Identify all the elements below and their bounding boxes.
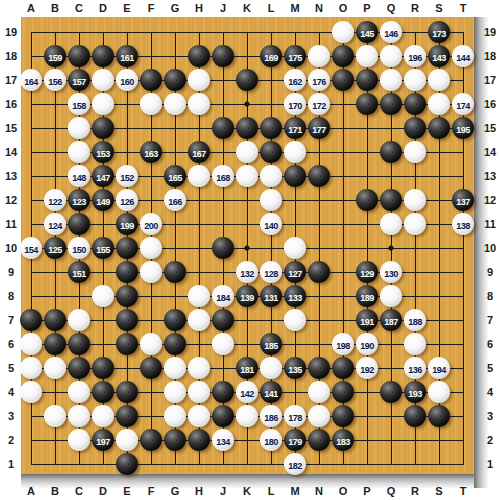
- stone-white-S4[interactable]: [428, 381, 450, 403]
- stone-white-P18[interactable]: [356, 45, 378, 67]
- stone-black-N13[interactable]: [308, 165, 330, 187]
- stone-white-N18[interactable]: [308, 45, 330, 67]
- stone-white-A10[interactable]: 154: [20, 237, 42, 259]
- stone-white-L3[interactable]: 186: [260, 405, 282, 427]
- stone-black-G9[interactable]: [164, 261, 186, 283]
- move-number: 123: [72, 197, 86, 207]
- stone-black-R16[interactable]: [404, 93, 426, 115]
- grid-line-h: [31, 464, 464, 465]
- move-number: 187: [384, 317, 398, 327]
- move-number: 158: [72, 101, 86, 111]
- stone-white-M1[interactable]: 182: [284, 453, 306, 475]
- stone-white-B5[interactable]: [44, 357, 66, 379]
- move-number: 135: [288, 365, 302, 375]
- stone-white-A5[interactable]: [20, 357, 42, 379]
- stone-black-E11[interactable]: 199: [116, 213, 138, 235]
- row-label-right: 9: [487, 266, 493, 278]
- stone-black-J10[interactable]: [212, 237, 234, 259]
- stone-black-Q14[interactable]: [380, 141, 402, 163]
- col-label-bottom: R: [411, 485, 419, 497]
- stone-white-K13[interactable]: [236, 165, 258, 187]
- stone-white-M14[interactable]: [284, 141, 306, 163]
- stone-white-F16[interactable]: [140, 93, 162, 115]
- stone-black-D10[interactable]: 155: [92, 237, 114, 259]
- stone-white-R5[interactable]: 136: [404, 357, 426, 379]
- move-number: 177: [312, 125, 326, 135]
- stone-white-D8[interactable]: [92, 285, 114, 307]
- stone-black-P7[interactable]: 191: [356, 309, 378, 331]
- move-number: 155: [96, 245, 110, 255]
- stone-white-N4[interactable]: [308, 381, 330, 403]
- stone-black-Q16[interactable]: [380, 93, 402, 115]
- stone-black-O4[interactable]: [332, 381, 354, 403]
- col-label-top: T: [460, 2, 467, 14]
- stone-black-D5[interactable]: [92, 357, 114, 379]
- row-label-right: 11: [484, 218, 496, 230]
- stone-black-M13[interactable]: [284, 165, 306, 187]
- stone-black-C5[interactable]: [68, 357, 90, 379]
- stone-white-S17[interactable]: [428, 69, 450, 91]
- move-number: 199: [120, 221, 134, 231]
- stone-white-R11[interactable]: [404, 213, 426, 235]
- stone-white-Q18[interactable]: [380, 45, 402, 67]
- col-label-top: Q: [387, 2, 396, 14]
- stone-white-D16[interactable]: [92, 93, 114, 115]
- col-label-top: L: [268, 2, 275, 14]
- stone-white-H7[interactable]: [188, 309, 210, 331]
- move-number: 163: [144, 149, 158, 159]
- stone-black-K15[interactable]: [236, 117, 258, 139]
- stone-white-F11[interactable]: 200: [140, 213, 162, 235]
- stone-black-L18[interactable]: 169: [260, 45, 282, 67]
- move-number: 183: [336, 437, 350, 447]
- col-label-bottom: Q: [387, 485, 396, 497]
- stone-white-E2[interactable]: [116, 429, 138, 451]
- stone-white-N3[interactable]: [308, 405, 330, 427]
- grid-line-h: [31, 344, 464, 345]
- stone-black-A7[interactable]: [20, 309, 42, 331]
- move-number: 193: [408, 389, 422, 399]
- stone-black-L8[interactable]: 131: [260, 285, 282, 307]
- stone-black-P9[interactable]: 129: [356, 261, 378, 283]
- stone-white-P5[interactable]: 192: [356, 357, 378, 379]
- stone-black-K17[interactable]: [236, 69, 258, 91]
- go-board-page: AABBCCDDEEFFGGHHJJKKLLMMNNOOPPQQRRSSTT19…: [0, 0, 500, 500]
- stone-black-M18[interactable]: 175: [284, 45, 306, 67]
- stone-white-A17[interactable]: 164: [20, 69, 42, 91]
- stone-white-A4[interactable]: [20, 381, 42, 403]
- move-number: 143: [432, 53, 446, 63]
- stone-black-J3[interactable]: [212, 405, 234, 427]
- stone-black-D12[interactable]: 149: [92, 189, 114, 211]
- stone-white-R6[interactable]: [404, 333, 426, 355]
- stone-white-Q8[interactable]: [380, 285, 402, 307]
- stone-white-C2[interactable]: [68, 429, 90, 451]
- stone-white-G16[interactable]: [164, 93, 186, 115]
- move-number: 196: [408, 53, 422, 63]
- row-label-right: 15: [484, 122, 496, 134]
- move-number: 185: [264, 341, 278, 351]
- stone-white-K9[interactable]: 132: [236, 261, 258, 283]
- stone-white-L5[interactable]: [260, 357, 282, 379]
- stone-white-C3[interactable]: [68, 405, 90, 427]
- stone-white-O19[interactable]: [332, 21, 354, 43]
- stone-white-F6[interactable]: [140, 333, 162, 355]
- row-label-right: 6: [487, 338, 493, 350]
- move-number: 148: [72, 173, 86, 183]
- move-number: 186: [264, 413, 278, 423]
- stone-white-T18[interactable]: 144: [452, 45, 474, 67]
- stone-black-P17[interactable]: [356, 69, 378, 91]
- stone-white-R12[interactable]: [404, 189, 426, 211]
- col-label-bottom: A: [27, 485, 35, 497]
- stone-white-H4[interactable]: [188, 381, 210, 403]
- move-number: 188: [408, 317, 422, 327]
- stone-black-S3[interactable]: [428, 405, 450, 427]
- col-label-top: G: [171, 2, 180, 14]
- move-number: 166: [168, 197, 182, 207]
- stone-black-R15[interactable]: [404, 117, 426, 139]
- row-label-left: 4: [8, 386, 14, 398]
- move-number: 164: [24, 77, 38, 87]
- stone-black-C12[interactable]: 123: [68, 189, 90, 211]
- stone-white-O6[interactable]: 198: [332, 333, 354, 355]
- stone-white-B3[interactable]: [44, 405, 66, 427]
- move-number: 179: [288, 437, 302, 447]
- stone-white-B11[interactable]: 124: [44, 213, 66, 235]
- move-number: 140: [264, 221, 278, 231]
- stone-black-F14[interactable]: 163: [140, 141, 162, 163]
- stone-black-N9[interactable]: [308, 261, 330, 283]
- stone-white-L2[interactable]: 180: [260, 429, 282, 451]
- stone-white-C16[interactable]: 158: [68, 93, 90, 115]
- stone-black-J15[interactable]: [212, 117, 234, 139]
- col-label-bottom: D: [99, 485, 107, 497]
- stone-black-G2[interactable]: [164, 429, 186, 451]
- stone-white-B17[interactable]: 156: [44, 69, 66, 91]
- row-label-right: 16: [484, 98, 496, 110]
- stone-white-G4[interactable]: [164, 381, 186, 403]
- stone-black-E1[interactable]: [116, 453, 138, 475]
- stone-black-P19[interactable]: 145: [356, 21, 378, 43]
- stone-white-T11[interactable]: 138: [452, 213, 474, 235]
- stone-white-H13[interactable]: [188, 165, 210, 187]
- stone-white-H3[interactable]: [188, 405, 210, 427]
- move-number: 133: [288, 293, 302, 303]
- row-label-left: 8: [8, 290, 14, 302]
- stone-white-M7[interactable]: [284, 309, 306, 331]
- stone-white-Q19[interactable]: 146: [380, 21, 402, 43]
- stone-black-D14[interactable]: 153: [92, 141, 114, 163]
- stone-white-M10[interactable]: [284, 237, 306, 259]
- col-label-top: D: [99, 2, 107, 14]
- stone-white-C4[interactable]: [68, 381, 90, 403]
- stone-black-D4[interactable]: [92, 381, 114, 403]
- stone-white-R18[interactable]: 196: [404, 45, 426, 67]
- move-number: 146: [384, 29, 398, 39]
- stone-white-C14[interactable]: [68, 141, 90, 163]
- row-label-left: 12: [5, 194, 17, 206]
- col-label-top: C: [75, 2, 83, 14]
- stone-black-E9[interactable]: [116, 261, 138, 283]
- stone-white-C10[interactable]: 150: [68, 237, 90, 259]
- stone-black-C6[interactable]: [68, 333, 90, 355]
- stone-white-B12[interactable]: 122: [44, 189, 66, 211]
- stone-white-L11[interactable]: 140: [260, 213, 282, 235]
- stone-black-T12[interactable]: 137: [452, 189, 474, 211]
- stone-black-P8[interactable]: 189: [356, 285, 378, 307]
- stone-white-H5[interactable]: [188, 357, 210, 379]
- stone-white-L9[interactable]: 128: [260, 261, 282, 283]
- stone-black-B18[interactable]: 159: [44, 45, 66, 67]
- move-number: 191: [360, 317, 374, 327]
- stone-black-S19[interactable]: 173: [428, 21, 450, 43]
- row-label-right: 13: [484, 170, 496, 182]
- stone-black-R3[interactable]: [404, 405, 426, 427]
- stone-black-M5[interactable]: 135: [284, 357, 306, 379]
- move-number: 180: [264, 437, 278, 447]
- move-number: 189: [360, 293, 374, 303]
- move-number: 171: [288, 125, 302, 135]
- col-label-bottom: T: [460, 485, 467, 497]
- stone-white-K3[interactable]: [236, 405, 258, 427]
- stone-black-C9[interactable]: 151: [68, 261, 90, 283]
- stone-black-G17[interactable]: [164, 69, 186, 91]
- stone-black-J7[interactable]: [212, 309, 234, 331]
- stone-black-L4[interactable]: 141: [260, 381, 282, 403]
- stone-black-B10[interactable]: 125: [44, 237, 66, 259]
- stone-white-R7[interactable]: 188: [404, 309, 426, 331]
- row-label-left: 15: [5, 122, 17, 134]
- stone-white-K4[interactable]: 142: [236, 381, 258, 403]
- stone-black-E18[interactable]: 161: [116, 45, 138, 67]
- stone-white-Q17[interactable]: [380, 69, 402, 91]
- stone-white-M16[interactable]: 170: [284, 93, 306, 115]
- stone-white-P6[interactable]: 190: [356, 333, 378, 355]
- stone-black-J18[interactable]: [212, 45, 234, 67]
- stone-white-J2[interactable]: 134: [212, 429, 234, 451]
- col-label-bottom: H: [195, 485, 203, 497]
- stone-black-M15[interactable]: 171: [284, 117, 306, 139]
- move-number: 172: [312, 101, 326, 111]
- move-number: 195: [456, 125, 470, 135]
- stone-white-L12[interactable]: [260, 189, 282, 211]
- stone-black-M9[interactable]: 127: [284, 261, 306, 283]
- stone-white-G3[interactable]: [164, 405, 186, 427]
- stone-black-G7[interactable]: [164, 309, 186, 331]
- stone-black-E7[interactable]: [116, 309, 138, 331]
- stone-white-J8[interactable]: 184: [212, 285, 234, 307]
- stone-black-L14[interactable]: [260, 141, 282, 163]
- row-label-left: 19: [5, 26, 17, 38]
- stone-white-M17[interactable]: 162: [284, 69, 306, 91]
- stone-black-H14[interactable]: 167: [188, 141, 210, 163]
- stone-black-O2[interactable]: 183: [332, 429, 354, 451]
- stone-white-Q11[interactable]: [380, 213, 402, 235]
- stone-black-N15[interactable]: 177: [308, 117, 330, 139]
- stone-white-G12[interactable]: 166: [164, 189, 186, 211]
- stone-black-C17[interactable]: 157: [68, 69, 90, 91]
- stone-black-G13[interactable]: 165: [164, 165, 186, 187]
- stone-black-E4[interactable]: [116, 381, 138, 403]
- stone-white-H16[interactable]: [188, 93, 210, 115]
- row-label-right: 5: [487, 362, 493, 374]
- stone-white-C7[interactable]: [68, 309, 90, 331]
- stone-black-S15[interactable]: [428, 117, 450, 139]
- stone-black-K5[interactable]: 181: [236, 357, 258, 379]
- stone-black-O5[interactable]: [332, 357, 354, 379]
- row-label-left: 13: [5, 170, 17, 182]
- row-label-left: 2: [8, 434, 14, 446]
- stone-black-H18[interactable]: [188, 45, 210, 67]
- move-number: 198: [336, 341, 350, 351]
- stone-black-M2[interactable]: 179: [284, 429, 306, 451]
- row-label-right: 1: [487, 458, 493, 470]
- stone-white-R17[interactable]: [404, 69, 426, 91]
- stone-white-G5[interactable]: [164, 357, 186, 379]
- move-number: 124: [48, 221, 62, 231]
- stone-white-N17[interactable]: 176: [308, 69, 330, 91]
- col-label-top: O: [339, 2, 348, 14]
- stone-black-H2[interactable]: [188, 429, 210, 451]
- stone-black-D13[interactable]: 147: [92, 165, 114, 187]
- stone-black-E8[interactable]: [116, 285, 138, 307]
- stone-black-L15[interactable]: [260, 117, 282, 139]
- stone-white-Q9[interactable]: 130: [380, 261, 402, 283]
- stone-black-S18[interactable]: 143: [428, 45, 450, 67]
- move-number: 157: [72, 77, 86, 87]
- stone-black-G6[interactable]: [164, 333, 186, 355]
- stone-white-S5[interactable]: 194: [428, 357, 450, 379]
- col-label-top: H: [195, 2, 203, 14]
- move-number: 134: [216, 437, 230, 447]
- stone-black-M8[interactable]: 133: [284, 285, 306, 307]
- stone-black-F17[interactable]: [140, 69, 162, 91]
- stone-black-O18[interactable]: [332, 45, 354, 67]
- move-number: 200: [144, 221, 158, 231]
- move-number: 142: [240, 389, 254, 399]
- stone-white-K14[interactable]: [236, 141, 258, 163]
- row-label-right: 19: [484, 26, 496, 38]
- stone-white-S16[interactable]: [428, 93, 450, 115]
- col-label-top: R: [411, 2, 419, 14]
- stone-black-E6[interactable]: [116, 333, 138, 355]
- move-number: 162: [288, 77, 302, 87]
- stone-black-B7[interactable]: [44, 309, 66, 331]
- stone-white-H8[interactable]: [188, 285, 210, 307]
- stone-black-Q12[interactable]: [380, 189, 402, 211]
- stone-black-L6[interactable]: 185: [260, 333, 282, 355]
- stone-black-D2[interactable]: 197: [92, 429, 114, 451]
- move-number: 129: [360, 269, 374, 279]
- stone-white-R14[interactable]: [404, 141, 426, 163]
- move-number: 154: [24, 245, 38, 255]
- row-label-left: 11: [5, 218, 17, 230]
- move-number: 147: [96, 173, 110, 183]
- stone-white-C13[interactable]: 148: [68, 165, 90, 187]
- stone-white-J13[interactable]: 168: [212, 165, 234, 187]
- col-label-bottom: K: [243, 485, 251, 497]
- move-number: 122: [48, 197, 62, 207]
- stone-black-E10[interactable]: [116, 237, 138, 259]
- col-label-top: K: [243, 2, 251, 14]
- stone-black-F2[interactable]: [140, 429, 162, 451]
- stone-black-O3[interactable]: [332, 405, 354, 427]
- move-number: 125: [48, 245, 62, 255]
- move-number: 138: [456, 221, 470, 231]
- stone-black-P12[interactable]: [356, 189, 378, 211]
- col-label-bottom: G: [171, 485, 180, 497]
- stone-black-B6[interactable]: [44, 333, 66, 355]
- move-number: 137: [456, 197, 470, 207]
- stone-white-L13[interactable]: [260, 165, 282, 187]
- row-label-right: 14: [484, 146, 496, 158]
- move-number: 156: [48, 77, 62, 87]
- stone-black-D15[interactable]: [92, 117, 114, 139]
- stone-white-T16[interactable]: 174: [452, 93, 474, 115]
- stone-black-C18[interactable]: [68, 45, 90, 67]
- move-number: 139: [240, 293, 254, 303]
- move-number: 130: [384, 269, 398, 279]
- stone-black-C11[interactable]: [68, 213, 90, 235]
- stone-black-O17[interactable]: [332, 69, 354, 91]
- stone-white-F10[interactable]: [140, 237, 162, 259]
- stone-black-Q4[interactable]: [380, 381, 402, 403]
- stone-black-J4[interactable]: [212, 381, 234, 403]
- stone-white-N16[interactable]: 172: [308, 93, 330, 115]
- stone-white-D17[interactable]: [92, 69, 114, 91]
- stone-white-D3[interactable]: [92, 405, 114, 427]
- stone-white-A6[interactable]: [20, 333, 42, 355]
- row-label-left: 7: [8, 314, 14, 326]
- stone-black-N5[interactable]: [308, 357, 330, 379]
- move-number: 128: [264, 269, 278, 279]
- stone-white-H17[interactable]: [188, 69, 210, 91]
- stone-white-E12[interactable]: 126: [116, 189, 138, 211]
- move-number: 173: [432, 29, 446, 39]
- stone-white-M3[interactable]: 178: [284, 405, 306, 427]
- stone-black-P16[interactable]: [356, 93, 378, 115]
- stone-black-T15[interactable]: 195: [452, 117, 474, 139]
- col-label-bottom: B: [51, 485, 59, 497]
- stone-white-C15[interactable]: [68, 117, 90, 139]
- row-label-right: 12: [484, 194, 496, 206]
- row-label-left: 3: [8, 410, 14, 422]
- stone-white-F9[interactable]: [140, 261, 162, 283]
- stone-white-E13[interactable]: 152: [116, 165, 138, 187]
- move-number: 168: [216, 173, 230, 183]
- stone-black-D18[interactable]: [92, 45, 114, 67]
- col-label-bottom: M: [290, 485, 299, 497]
- move-number: 170: [288, 101, 302, 111]
- stone-black-E3[interactable]: [116, 405, 138, 427]
- col-label-bottom: C: [75, 485, 83, 497]
- stone-black-N2[interactable]: [308, 429, 330, 451]
- move-number: 141: [264, 389, 278, 399]
- move-number: 176: [312, 77, 326, 87]
- row-label-left: 16: [5, 98, 17, 110]
- stone-white-E17[interactable]: 160: [116, 69, 138, 91]
- move-number: 136: [408, 365, 422, 375]
- stone-white-J6[interactable]: [212, 333, 234, 355]
- stone-black-F5[interactable]: [140, 357, 162, 379]
- stone-black-K8[interactable]: 139: [236, 285, 258, 307]
- col-label-bottom: P: [363, 485, 370, 497]
- col-label-top: N: [315, 2, 323, 14]
- row-label-right: 2: [487, 434, 493, 446]
- stone-black-Q7[interactable]: 187: [380, 309, 402, 331]
- stone-black-R4[interactable]: 193: [404, 381, 426, 403]
